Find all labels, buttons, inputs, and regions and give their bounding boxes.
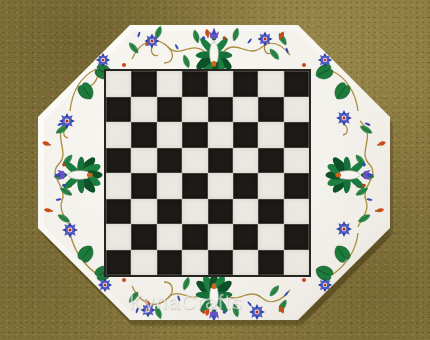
square-c6 [157,122,182,148]
square-a3 [106,199,131,225]
square-e6 [208,122,233,148]
square-h7 [284,97,309,123]
square-c7 [157,97,182,123]
square-f5 [233,148,258,174]
square-f1 [233,250,258,276]
square-h2 [284,224,309,250]
square-f7 [233,97,258,123]
square-b1 [131,250,156,276]
square-b6 [131,122,156,148]
square-a6 [106,122,131,148]
square-c3 [157,199,182,225]
square-a8 [106,71,131,97]
square-g7 [258,97,283,123]
square-f4 [233,173,258,199]
square-h5 [284,148,309,174]
square-c8 [157,71,182,97]
square-a4 [106,173,131,199]
square-g8 [258,71,283,97]
chessboard [104,69,311,277]
square-f2 [233,224,258,250]
square-e7 [208,97,233,123]
square-f3 [233,199,258,225]
square-d1 [182,250,207,276]
square-c4 [157,173,182,199]
square-c1 [157,250,182,276]
square-b4 [131,173,156,199]
square-h3 [284,199,309,225]
square-e4 [208,173,233,199]
square-a5 [106,148,131,174]
marble-tabletop [38,25,390,320]
square-e3 [208,199,233,225]
square-e1 [208,250,233,276]
square-e5 [208,148,233,174]
square-c5 [157,148,182,174]
square-a1 [106,250,131,276]
square-g2 [258,224,283,250]
square-g5 [258,148,283,174]
square-d2 [182,224,207,250]
square-g4 [258,173,283,199]
square-d6 [182,122,207,148]
square-b5 [131,148,156,174]
square-g1 [258,250,283,276]
square-d5 [182,148,207,174]
watermark-text: KynaCrafts [129,290,243,314]
square-d7 [182,97,207,123]
square-h6 [284,122,309,148]
square-h4 [284,173,309,199]
square-f8 [233,71,258,97]
square-d3 [182,199,207,225]
square-g6 [258,122,283,148]
square-d8 [182,71,207,97]
square-h8 [284,71,309,97]
square-h1 [284,250,309,276]
square-c2 [157,224,182,250]
square-b7 [131,97,156,123]
square-e8 [208,71,233,97]
square-a2 [106,224,131,250]
square-d4 [182,173,207,199]
square-b3 [131,199,156,225]
square-f6 [233,122,258,148]
square-b2 [131,224,156,250]
square-a7 [106,97,131,123]
square-e2 [208,224,233,250]
square-g3 [258,199,283,225]
square-b8 [131,71,156,97]
